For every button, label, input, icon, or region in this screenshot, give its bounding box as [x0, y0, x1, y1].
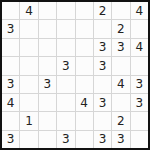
empty-cell-r6c3[interactable]: [39, 94, 56, 111]
empty-cell-r3c5[interactable]: [76, 39, 93, 56]
empty-cell-r5c4[interactable]: [57, 76, 74, 93]
clue-cell-r8c6: 3: [94, 131, 111, 148]
clue-cell-r6c6: 3: [94, 94, 111, 111]
empty-cell-r2c3[interactable]: [39, 20, 56, 37]
empty-cell-r1c5[interactable]: [76, 2, 93, 19]
clue-cell-r8c4: 3: [57, 131, 74, 148]
empty-cell-r8c2[interactable]: [20, 131, 37, 148]
clue-cell-r7c7: 2: [112, 112, 129, 129]
empty-cell-r7c8[interactable]: [131, 112, 148, 129]
empty-cell-r7c5[interactable]: [76, 112, 93, 129]
clue-cell-r3c8: 4: [131, 39, 148, 56]
clue-cell-r5c3: 3: [39, 76, 56, 93]
clue-cell-r3c6: 3: [94, 39, 111, 56]
empty-cell-r4c8[interactable]: [131, 57, 148, 74]
empty-cell-r7c6[interactable]: [94, 112, 111, 129]
clue-cell-r7c2: 1: [20, 112, 37, 129]
empty-cell-r7c3[interactable]: [39, 112, 56, 129]
empty-cell-r2c6[interactable]: [94, 20, 111, 37]
empty-cell-r5c6[interactable]: [94, 76, 111, 93]
clue-cell-r1c6: 2: [94, 2, 111, 19]
empty-cell-r5c5[interactable]: [76, 76, 93, 93]
minesweeper-board: 424323343333434433123333: [0, 0, 150, 150]
empty-cell-r7c1[interactable]: [2, 112, 19, 129]
empty-cell-r4c5[interactable]: [76, 57, 93, 74]
empty-cell-r8c3[interactable]: [39, 131, 56, 148]
empty-cell-r8c8[interactable]: [131, 131, 148, 148]
empty-cell-r2c2[interactable]: [20, 20, 37, 37]
empty-cell-r6c2[interactable]: [20, 94, 37, 111]
empty-cell-r4c3[interactable]: [39, 57, 56, 74]
empty-cell-r6c7[interactable]: [112, 94, 129, 111]
empty-cell-r3c3[interactable]: [39, 39, 56, 56]
clue-cell-r4c6: 3: [94, 57, 111, 74]
clue-cell-r5c1: 3: [2, 76, 19, 93]
clue-cell-r1c2: 4: [20, 2, 37, 19]
clue-cell-r2c7: 2: [112, 20, 129, 37]
clue-cell-r8c1: 3: [2, 131, 19, 148]
clue-cell-r2c1: 3: [2, 20, 19, 37]
empty-cell-r4c1[interactable]: [2, 57, 19, 74]
clue-cell-r4c4: 3: [57, 57, 74, 74]
clue-cell-r6c5: 4: [76, 94, 93, 111]
clue-cell-r5c8: 3: [131, 76, 148, 93]
clue-cell-r6c1: 4: [2, 94, 19, 111]
empty-cell-r3c4[interactable]: [57, 39, 74, 56]
clue-cell-r1c8: 4: [131, 2, 148, 19]
empty-cell-r4c2[interactable]: [20, 57, 37, 74]
empty-cell-r1c1[interactable]: [2, 2, 19, 19]
empty-cell-r5c2[interactable]: [20, 76, 37, 93]
empty-cell-r7c4[interactable]: [57, 112, 74, 129]
empty-cell-r1c3[interactable]: [39, 2, 56, 19]
empty-cell-r3c1[interactable]: [2, 39, 19, 56]
empty-cell-r2c8[interactable]: [131, 20, 148, 37]
empty-cell-r8c5[interactable]: [76, 131, 93, 148]
empty-cell-r4c7[interactable]: [112, 57, 129, 74]
clue-cell-r5c7: 4: [112, 76, 129, 93]
clue-cell-r6c8: 3: [131, 94, 148, 111]
empty-cell-r1c4[interactable]: [57, 2, 74, 19]
empty-cell-r2c4[interactable]: [57, 20, 74, 37]
empty-cell-r2c5[interactable]: [76, 20, 93, 37]
empty-cell-r6c4[interactable]: [57, 94, 74, 111]
empty-cell-r1c7[interactable]: [112, 2, 129, 19]
empty-cell-r3c2[interactable]: [20, 39, 37, 56]
clue-cell-r8c7: 3: [112, 131, 129, 148]
clue-cell-r3c7: 3: [112, 39, 129, 56]
